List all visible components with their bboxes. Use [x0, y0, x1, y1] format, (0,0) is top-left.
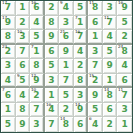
- solution-digit: 5: [107, 47, 113, 56]
- cage-sum-label: 11: [89, 1, 94, 5]
- cell-r0c7[interactable]: 3: [103, 1, 118, 16]
- solution-digit: 2: [19, 18, 25, 27]
- cell-r0c5[interactable]: 5: [74, 1, 89, 16]
- cage-sum-label: 24: [118, 45, 123, 49]
- solution-digit: 4: [33, 18, 39, 27]
- solution-digit: 3: [33, 120, 39, 129]
- solution-digit: 6: [92, 18, 98, 27]
- solution-digit: 8: [5, 32, 11, 41]
- cell-r2c8[interactable]: 2: [117, 30, 132, 45]
- solution-digit: 5: [63, 91, 69, 100]
- solution-digit: 8: [48, 18, 54, 27]
- solution-digit: 5: [5, 120, 11, 129]
- solution-digit: 9: [48, 32, 54, 41]
- solution-digit: 4: [5, 76, 11, 85]
- cell-r1c1[interactable]: 2: [16, 16, 31, 31]
- cell-r8c2[interactable]: 3: [30, 117, 45, 132]
- cage-sum-label: 14: [60, 117, 65, 121]
- solution-digit: 7: [33, 105, 39, 114]
- cell-r4c4[interactable]: 1: [59, 59, 74, 74]
- cell-r3c0[interactable]: 232: [1, 45, 16, 60]
- cage-sum-label: 11: [104, 16, 109, 20]
- cell-r0c2[interactable]: 166: [30, 1, 45, 16]
- cell-r0c0[interactable]: 177: [1, 1, 16, 16]
- solution-digit: 6: [107, 105, 113, 114]
- cell-r5c1[interactable]: 95: [16, 74, 31, 89]
- cell-r2c0[interactable]: 8: [1, 30, 16, 45]
- solution-digit: 6: [19, 61, 25, 70]
- cell-r8c7[interactable]: 2: [103, 117, 118, 132]
- cell-r3c6[interactable]: 3: [88, 45, 103, 60]
- cage-sum-label: 21: [60, 30, 65, 34]
- solution-digit: 6: [48, 47, 54, 56]
- cell-r5c5[interactable]: 8: [74, 74, 89, 89]
- cell-r2c4[interactable]: 216: [59, 30, 74, 45]
- cell-r8c3[interactable]: 7: [45, 117, 60, 132]
- solution-digit: 3: [77, 91, 83, 100]
- solution-digit: 5: [122, 18, 128, 27]
- cell-r5c3[interactable]: 3: [45, 74, 60, 89]
- solution-digit: 5: [33, 32, 39, 41]
- cage-sum-label: 14: [104, 88, 109, 92]
- solution-digit: 5: [48, 61, 54, 70]
- cage-sum-label: 16: [75, 30, 80, 34]
- cell-r2c3[interactable]: 9: [45, 30, 60, 45]
- cell-r2c2[interactable]: 5: [30, 30, 45, 45]
- cell-r4c8[interactable]: 4: [117, 59, 132, 74]
- cell-r7c2[interactable]: 7: [30, 103, 45, 118]
- cage-sum-label: 7: [75, 16, 78, 20]
- cage-sum-label: 11: [118, 88, 123, 92]
- cage-sum-label: 16: [31, 1, 36, 5]
- solution-digit: 1: [48, 91, 54, 100]
- cell-r3c3[interactable]: 6: [45, 45, 60, 60]
- solution-digit: 6: [122, 76, 128, 85]
- cage-sum-label: 16: [46, 103, 51, 107]
- solution-digit: 1: [33, 47, 39, 56]
- solution-digit: 7: [92, 61, 98, 70]
- cell-r2c1[interactable]: 103: [16, 30, 31, 45]
- cage-sum-label: 10: [31, 88, 36, 92]
- cell-r0c4[interactable]: 94: [59, 1, 74, 16]
- solution-digit: 8: [63, 120, 69, 129]
- cage-sum-label: 14: [75, 103, 80, 107]
- solution-digit: 5: [19, 76, 25, 85]
- cell-r3c5[interactable]: 4: [74, 45, 89, 60]
- solution-digit: 1: [77, 18, 83, 27]
- cell-r7c6[interactable]: 5: [88, 103, 103, 118]
- cell-r6c2[interactable]: 102: [30, 88, 45, 103]
- cell-r1c8[interactable]: 5: [117, 16, 132, 31]
- cage-sum-label: 15: [89, 74, 94, 78]
- solution-digit: 7: [19, 47, 25, 56]
- solution-digit: 2: [107, 120, 113, 129]
- solution-digit: 5: [92, 105, 98, 114]
- cage-sum-label: 12: [31, 74, 36, 78]
- cage-sum-label: 23: [2, 45, 7, 49]
- cell-r1c7[interactable]: 117: [103, 16, 118, 31]
- solution-digit: 5: [77, 3, 83, 12]
- cage-sum-label: 6: [89, 117, 92, 121]
- cell-r4c0[interactable]: 3: [1, 59, 16, 74]
- cell-r4c1[interactable]: 6: [16, 59, 31, 74]
- solution-digit: 2: [63, 105, 69, 114]
- solution-digit: 3: [92, 47, 98, 56]
- solution-digit: 4: [107, 32, 113, 41]
- solution-digit: 1: [122, 120, 128, 129]
- cell-r7c4[interactable]: 2: [59, 103, 74, 118]
- solution-digit: 9: [63, 47, 69, 56]
- solution-digit: 9: [107, 61, 113, 70]
- cell-r7c8[interactable]: 3: [117, 103, 132, 118]
- cell-r5c4[interactable]: 7: [59, 74, 74, 89]
- solution-digit: 2: [77, 61, 83, 70]
- cell-r7c1[interactable]: 8: [16, 103, 31, 118]
- solution-digit: 1: [92, 32, 98, 41]
- cell-r2c6[interactable]: 1: [88, 30, 103, 45]
- cell-r1c4[interactable]: 3: [59, 16, 74, 31]
- cell-r8c5[interactable]: 6: [74, 117, 89, 132]
- cage-sum-label: 7: [31, 45, 34, 49]
- cell-r0c3[interactable]: 2: [45, 1, 60, 16]
- cage-sum-label: 17: [2, 1, 7, 5]
- solution-digit: 7: [63, 76, 69, 85]
- cell-r3c2[interactable]: 71: [30, 45, 45, 60]
- solution-digit: 1: [5, 105, 11, 114]
- solution-digit: 2: [122, 32, 128, 41]
- cell-r3c7[interactable]: 5: [103, 45, 118, 60]
- cage-sum-label: 9: [60, 1, 63, 5]
- cell-r7c3[interactable]: 164: [45, 103, 60, 118]
- solution-digit: 8: [33, 61, 39, 70]
- sudoku-board: 1771166294511831691792483716117581035921…: [0, 0, 133, 133]
- cell-r6c7[interactable]: 148: [103, 88, 118, 103]
- cell-r8c4[interactable]: 148: [59, 117, 74, 132]
- solution-digit: 9: [19, 120, 25, 129]
- cell-r2c7[interactable]: 4: [103, 30, 118, 45]
- solution-digit: 3: [5, 61, 11, 70]
- cell-r6c5[interactable]: 3: [74, 88, 89, 103]
- cage-sum-label: 9: [17, 74, 20, 78]
- solution-digit: 3: [107, 3, 113, 12]
- solution-digit: 4: [92, 120, 98, 129]
- cell-r3c8[interactable]: 248: [117, 45, 132, 60]
- cage-sum-label: 17: [2, 16, 7, 20]
- cell-r4c7[interactable]: 9: [103, 59, 118, 74]
- cell-r7c0[interactable]: 1: [1, 103, 16, 118]
- solution-digit: 4: [63, 3, 69, 12]
- solution-digit: 3: [63, 18, 69, 27]
- cell-r0c8[interactable]: 169: [117, 1, 132, 16]
- cell-r4c6[interactable]: 7: [88, 59, 103, 74]
- cell-r4c5[interactable]: 2: [74, 59, 89, 74]
- cell-r8c0[interactable]: 5: [1, 117, 16, 132]
- cell-r1c6[interactable]: 6: [88, 16, 103, 31]
- cell-r5c8[interactable]: 6: [117, 74, 132, 89]
- cell-r0c6[interactable]: 118: [88, 1, 103, 16]
- cell-r6c6[interactable]: 9: [88, 88, 103, 103]
- cell-r6c8[interactable]: 117: [117, 88, 132, 103]
- cell-r0c1[interactable]: 1: [16, 1, 31, 16]
- cell-r5c0[interactable]: 4: [1, 74, 16, 89]
- cell-r1c2[interactable]: 4: [30, 16, 45, 31]
- solution-digit: 9: [92, 91, 98, 100]
- cell-r6c4[interactable]: 5: [59, 88, 74, 103]
- cell-r6c3[interactable]: 1: [45, 88, 60, 103]
- solution-digit: 6: [77, 120, 83, 129]
- cage-sum-label: 10: [17, 30, 22, 34]
- solution-digit: 2: [48, 3, 54, 12]
- cell-r3c1[interactable]: 7: [16, 45, 31, 60]
- solution-digit: 6: [5, 91, 11, 100]
- cell-r6c1[interactable]: 4: [16, 88, 31, 103]
- cell-r6c0[interactable]: 76: [1, 88, 16, 103]
- solution-digit: 1: [19, 3, 25, 12]
- cage-sum-label: 7: [2, 88, 5, 92]
- cell-r5c7[interactable]: 1: [103, 74, 118, 89]
- cage-sum-label: 16: [118, 1, 123, 5]
- cell-r4c2[interactable]: 8: [30, 59, 45, 74]
- cell-r1c5[interactable]: 71: [74, 16, 89, 31]
- cell-r8c8[interactable]: 1: [117, 117, 132, 132]
- cell-r7c5[interactable]: 149: [74, 103, 89, 118]
- solution-digit: 8: [19, 105, 25, 114]
- cell-r3c4[interactable]: 9: [59, 45, 74, 60]
- solution-digit: 7: [48, 120, 54, 129]
- solution-digit: 4: [19, 91, 25, 100]
- cell-r4c3[interactable]: 5: [45, 59, 60, 74]
- cell-r5c6[interactable]: 152: [88, 74, 103, 89]
- cell-r8c6[interactable]: 64: [88, 117, 103, 132]
- solution-digit: 1: [63, 61, 69, 70]
- cell-r1c0[interactable]: 179: [1, 16, 16, 31]
- solution-digit: 8: [77, 76, 83, 85]
- cell-r1c3[interactable]: 8: [45, 16, 60, 31]
- cell-r5c2[interactable]: 129: [30, 74, 45, 89]
- cell-r2c5[interactable]: 167: [74, 30, 89, 45]
- cell-r8c1[interactable]: 9: [16, 117, 31, 132]
- cell-r7c7[interactable]: 6: [103, 103, 118, 118]
- solution-digit: 4: [77, 47, 83, 56]
- solution-digit: 3: [48, 76, 54, 85]
- solution-digit: 4: [122, 61, 128, 70]
- solution-digit: 1: [107, 76, 113, 85]
- solution-digit: 3: [122, 105, 128, 114]
